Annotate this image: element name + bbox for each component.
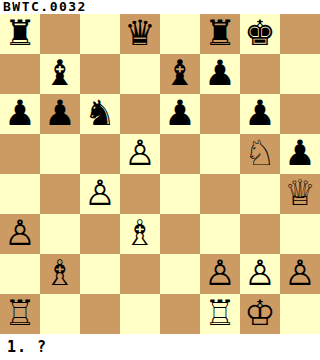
square-f8[interactable]: ♜	[200, 14, 240, 54]
black-pawn-icon[interactable]: ♟	[164, 94, 195, 133]
square-c4[interactable]: ♙	[80, 174, 120, 214]
square-c1[interactable]	[80, 294, 120, 334]
black-bishop-icon[interactable]: ♝	[44, 54, 75, 93]
square-a6[interactable]: ♟	[0, 94, 40, 134]
square-d2[interactable]	[120, 254, 160, 294]
black-rook-icon[interactable]: ♜	[204, 14, 235, 53]
white-rook-icon[interactable]: ♖	[4, 294, 35, 333]
square-a2[interactable]	[0, 254, 40, 294]
square-e6[interactable]: ♟	[160, 94, 200, 134]
square-d5[interactable]: ♙	[120, 134, 160, 174]
square-d3[interactable]: ♗	[120, 214, 160, 254]
square-d4[interactable]	[120, 174, 160, 214]
square-h1[interactable]	[280, 294, 320, 334]
square-e8[interactable]	[160, 14, 200, 54]
square-f5[interactable]	[200, 134, 240, 174]
square-e4[interactable]	[160, 174, 200, 214]
square-f3[interactable]	[200, 214, 240, 254]
square-g3[interactable]	[240, 214, 280, 254]
square-g5[interactable]: ♘	[240, 134, 280, 174]
white-knight-icon[interactable]: ♘	[244, 134, 275, 173]
black-queen-icon[interactable]: ♛	[124, 14, 155, 53]
white-pawn-icon[interactable]: ♙	[204, 254, 235, 293]
white-pawn-icon[interactable]: ♙	[124, 134, 155, 173]
square-h8[interactable]	[280, 14, 320, 54]
square-f2[interactable]: ♙	[200, 254, 240, 294]
square-f4[interactable]	[200, 174, 240, 214]
square-b2[interactable]: ♗	[40, 254, 80, 294]
square-c8[interactable]	[80, 14, 120, 54]
square-h2[interactable]: ♙	[280, 254, 320, 294]
square-b7[interactable]: ♝	[40, 54, 80, 94]
square-d1[interactable]	[120, 294, 160, 334]
square-e2[interactable]	[160, 254, 200, 294]
white-rook-icon[interactable]: ♖	[204, 294, 235, 333]
white-bishop-icon[interactable]: ♗	[124, 214, 155, 253]
square-c2[interactable]	[80, 254, 120, 294]
black-pawn-icon[interactable]: ♟	[4, 94, 35, 133]
square-d7[interactable]	[120, 54, 160, 94]
square-g2[interactable]: ♙	[240, 254, 280, 294]
square-g7[interactable]	[240, 54, 280, 94]
square-h3[interactable]	[280, 214, 320, 254]
black-pawn-icon[interactable]: ♟	[44, 94, 75, 133]
black-king-icon[interactable]: ♚	[244, 14, 275, 53]
square-a8[interactable]: ♜	[0, 14, 40, 54]
black-pawn-icon[interactable]: ♟	[204, 54, 235, 93]
square-h4[interactable]: ♕	[280, 174, 320, 214]
square-b1[interactable]	[40, 294, 80, 334]
square-a3[interactable]: ♙	[0, 214, 40, 254]
white-pawn-icon[interactable]: ♙	[284, 254, 315, 293]
square-a4[interactable]	[0, 174, 40, 214]
square-a5[interactable]	[0, 134, 40, 174]
white-bishop-icon[interactable]: ♗	[44, 254, 75, 293]
square-e1[interactable]	[160, 294, 200, 334]
black-rook-icon[interactable]: ♜	[4, 14, 35, 53]
chess-board: ♜♛♜♚♝♝♟♟♟♞♟♟♙♘♟♙♕♙♗♗♙♙♙♖♖♔	[0, 14, 320, 334]
black-knight-icon[interactable]: ♞	[84, 94, 115, 133]
white-pawn-icon[interactable]: ♙	[244, 254, 275, 293]
square-b8[interactable]	[40, 14, 80, 54]
white-pawn-icon[interactable]: ♙	[84, 174, 115, 213]
square-a7[interactable]	[0, 54, 40, 94]
white-queen-icon[interactable]: ♕	[284, 174, 315, 213]
square-d6[interactable]	[120, 94, 160, 134]
square-c3[interactable]	[80, 214, 120, 254]
square-e7[interactable]: ♝	[160, 54, 200, 94]
square-h7[interactable]	[280, 54, 320, 94]
square-g1[interactable]: ♔	[240, 294, 280, 334]
square-c7[interactable]	[80, 54, 120, 94]
square-f1[interactable]: ♖	[200, 294, 240, 334]
square-b5[interactable]	[40, 134, 80, 174]
square-h5[interactable]: ♟	[280, 134, 320, 174]
black-pawn-icon[interactable]: ♟	[244, 94, 275, 133]
square-g4[interactable]	[240, 174, 280, 214]
square-a1[interactable]: ♖	[0, 294, 40, 334]
square-f7[interactable]: ♟	[200, 54, 240, 94]
square-b6[interactable]: ♟	[40, 94, 80, 134]
square-c5[interactable]	[80, 134, 120, 174]
puzzle-id: BWTC.0032	[3, 0, 87, 14]
square-b3[interactable]	[40, 214, 80, 254]
white-king-icon[interactable]: ♔	[244, 294, 275, 333]
square-g8[interactable]: ♚	[240, 14, 280, 54]
black-bishop-icon[interactable]: ♝	[164, 54, 195, 93]
square-f6[interactable]	[200, 94, 240, 134]
square-h6[interactable]	[280, 94, 320, 134]
white-pawn-icon[interactable]: ♙	[4, 214, 35, 253]
square-c6[interactable]: ♞	[80, 94, 120, 134]
square-b4[interactable]	[40, 174, 80, 214]
square-g6[interactable]: ♟	[240, 94, 280, 134]
square-e3[interactable]	[160, 214, 200, 254]
square-e5[interactable]	[160, 134, 200, 174]
move-prompt: 1. ?	[7, 338, 47, 356]
black-pawn-icon[interactable]: ♟	[284, 134, 315, 173]
square-d8[interactable]: ♛	[120, 14, 160, 54]
